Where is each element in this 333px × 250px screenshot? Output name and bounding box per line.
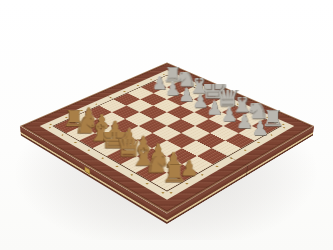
piece-wP: ♟	[250, 117, 270, 137]
piece-glyph: ♜	[161, 158, 188, 187]
piece-glyph: ♟	[252, 119, 269, 137]
piece-bR: ♜	[163, 164, 186, 187]
chess-set-photo: ♜♟♟♜♞♟♟♞♝♟♟♝♚♟♟♚♛♟♟♛♝♟♟♝♞♟♟♞♜♟♟♜	[0, 0, 333, 250]
